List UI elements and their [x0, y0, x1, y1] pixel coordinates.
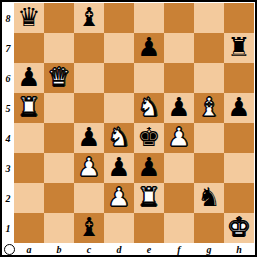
square-g8[interactable] [194, 3, 224, 33]
chess-board: ♛♝♟♜♟♛♜♞♟♝♟♟♞♚♟♟♟♟♟♜♞♝♚ [14, 3, 254, 243]
square-b5[interactable] [44, 93, 74, 123]
square-h8[interactable] [224, 3, 254, 33]
white-queen: ♛ [47, 63, 70, 92]
rank-label-7: 7 [2, 33, 14, 63]
white-rook: ♜ [17, 93, 40, 122]
square-d3[interactable]: ♟ [104, 153, 134, 183]
square-c6[interactable] [74, 63, 104, 93]
square-c5[interactable] [74, 93, 104, 123]
square-d5[interactable] [104, 93, 134, 123]
square-c1[interactable]: ♝ [74, 213, 104, 243]
file-label-a: a [14, 243, 44, 255]
rank-label-5: 5 [2, 93, 14, 123]
square-f2[interactable] [164, 183, 194, 213]
white-pawn: ♟ [167, 123, 190, 152]
square-f7[interactable] [164, 33, 194, 63]
square-a1[interactable] [14, 213, 44, 243]
file-label-c: c [74, 243, 104, 255]
white-rook: ♜ [137, 183, 160, 212]
square-f6[interactable] [164, 63, 194, 93]
square-f8[interactable] [164, 3, 194, 33]
rank-label-1: 1 [2, 213, 14, 243]
file-label-b: b [44, 243, 74, 255]
white-bishop: ♝ [197, 93, 220, 122]
square-a6[interactable]: ♟ [14, 63, 44, 93]
square-f1[interactable] [164, 213, 194, 243]
square-e4[interactable]: ♚ [134, 123, 164, 153]
rank-label-6: 6 [2, 63, 14, 93]
square-a7[interactable] [14, 33, 44, 63]
square-b7[interactable] [44, 33, 74, 63]
square-g3[interactable] [194, 153, 224, 183]
file-label-g: g [194, 243, 224, 255]
square-f3[interactable] [164, 153, 194, 183]
file-label-f: f [164, 243, 194, 255]
black-rook: ♜ [227, 33, 250, 62]
square-e1[interactable] [134, 213, 164, 243]
square-c2[interactable] [74, 183, 104, 213]
black-king: ♚ [137, 123, 160, 152]
black-queen: ♛ [17, 3, 40, 32]
square-a8[interactable]: ♛ [14, 3, 44, 33]
square-g7[interactable] [194, 33, 224, 63]
square-a3[interactable] [14, 153, 44, 183]
square-g5[interactable]: ♝ [194, 93, 224, 123]
square-b1[interactable] [44, 213, 74, 243]
rank-label-4: 4 [2, 123, 14, 153]
file-label-e: e [134, 243, 164, 255]
white-to-move-indicator [4, 244, 15, 255]
file-label-d: d [104, 243, 134, 255]
square-h5[interactable]: ♟ [224, 93, 254, 123]
file-labels: abcdefgh [14, 243, 254, 255]
square-d2[interactable]: ♟ [104, 183, 134, 213]
square-c7[interactable] [74, 33, 104, 63]
square-f5[interactable]: ♟ [164, 93, 194, 123]
square-e5[interactable]: ♞ [134, 93, 164, 123]
black-pawn: ♟ [107, 153, 130, 182]
black-pawn: ♟ [137, 33, 160, 62]
black-pawn: ♟ [227, 93, 250, 122]
square-h4[interactable] [224, 123, 254, 153]
square-h3[interactable] [224, 153, 254, 183]
square-d8[interactable] [104, 3, 134, 33]
square-b4[interactable] [44, 123, 74, 153]
square-e7[interactable]: ♟ [134, 33, 164, 63]
black-pawn: ♟ [77, 123, 100, 152]
square-b8[interactable] [44, 3, 74, 33]
black-bishop: ♝ [77, 3, 100, 32]
white-knight: ♞ [137, 93, 160, 122]
square-e2[interactable]: ♜ [134, 183, 164, 213]
white-pawn: ♟ [107, 183, 130, 212]
white-knight: ♞ [107, 123, 130, 152]
white-king: ♚ [227, 213, 250, 242]
white-pawn: ♟ [77, 153, 100, 182]
square-b2[interactable] [44, 183, 74, 213]
square-a5[interactable]: ♜ [14, 93, 44, 123]
square-h7[interactable]: ♜ [224, 33, 254, 63]
square-c3[interactable]: ♟ [74, 153, 104, 183]
black-pawn: ♟ [17, 63, 40, 92]
square-d6[interactable] [104, 63, 134, 93]
square-e3[interactable]: ♟ [134, 153, 164, 183]
square-h2[interactable] [224, 183, 254, 213]
square-e8[interactable] [134, 3, 164, 33]
file-label-h: h [224, 243, 254, 255]
square-a4[interactable] [14, 123, 44, 153]
square-e6[interactable] [134, 63, 164, 93]
rank-label-2: 2 [2, 183, 14, 213]
chess-diagram: 87654321 ♛♝♟♜♟♛♜♞♟♝♟♟♞♚♟♟♟♟♟♜♞♝♚ abcdefg… [0, 0, 257, 257]
rank-label-3: 3 [2, 153, 14, 183]
square-d7[interactable] [104, 33, 134, 63]
rank-labels: 87654321 [2, 3, 14, 243]
square-c4[interactable]: ♟ [74, 123, 104, 153]
square-g2[interactable]: ♞ [194, 183, 224, 213]
black-pawn: ♟ [137, 153, 160, 182]
square-c8[interactable]: ♝ [74, 3, 104, 33]
black-pawn: ♟ [167, 93, 190, 122]
rank-label-8: 8 [2, 3, 14, 33]
black-bishop: ♝ [77, 213, 100, 242]
black-knight: ♞ [197, 183, 220, 212]
square-h6[interactable] [224, 63, 254, 93]
square-b6[interactable]: ♛ [44, 63, 74, 93]
square-d4[interactable]: ♞ [104, 123, 134, 153]
square-f4[interactable]: ♟ [164, 123, 194, 153]
square-b3[interactable] [44, 153, 74, 183]
square-d1[interactable] [104, 213, 134, 243]
square-a2[interactable] [14, 183, 44, 213]
square-g1[interactable] [194, 213, 224, 243]
square-h1[interactable]: ♚ [224, 213, 254, 243]
square-g4[interactable] [194, 123, 224, 153]
square-g6[interactable] [194, 63, 224, 93]
